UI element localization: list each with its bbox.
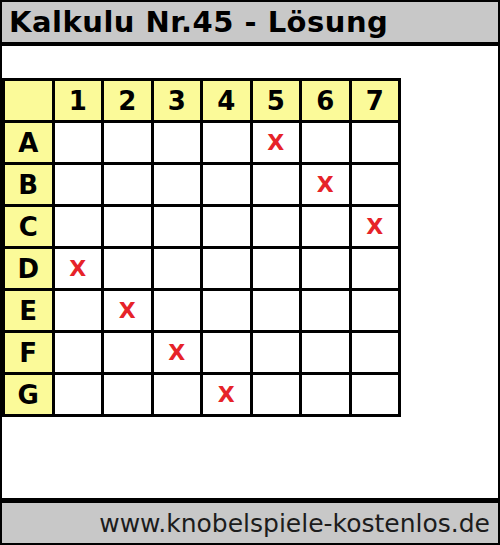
cell-D4[interactable] xyxy=(203,249,250,288)
row-header-G: G xyxy=(5,375,52,414)
content-area: 1234567AXBXCXDXEXFXGX xyxy=(2,46,498,498)
cell-F5[interactable] xyxy=(253,333,300,372)
col-header-4: 4 xyxy=(203,81,250,120)
page-title: Kalkulu Nr.45 - Lösung xyxy=(9,5,388,39)
cell-B6[interactable]: X xyxy=(302,165,349,204)
cell-E1[interactable] xyxy=(55,291,102,330)
cell-C3[interactable] xyxy=(154,207,201,246)
cell-G4[interactable]: X xyxy=(203,375,250,414)
cell-E2[interactable]: X xyxy=(104,291,151,330)
puzzle-grid: 1234567AXBXCXDXEXFXGX xyxy=(2,78,401,417)
cell-A6[interactable] xyxy=(302,123,349,162)
footer-url: www.knobelspiele-kostenlos.de xyxy=(99,509,490,538)
cell-G7[interactable] xyxy=(352,375,399,414)
cell-B4[interactable] xyxy=(203,165,250,204)
cell-G3[interactable] xyxy=(154,375,201,414)
page: Kalkulu Nr.45 - Lösung 1234567AXBXCXDXEX… xyxy=(0,0,500,545)
cell-C7[interactable]: X xyxy=(352,207,399,246)
cell-B7[interactable] xyxy=(352,165,399,204)
cell-C5[interactable] xyxy=(253,207,300,246)
cell-D2[interactable] xyxy=(104,249,151,288)
cell-E5[interactable] xyxy=(253,291,300,330)
col-header-5: 5 xyxy=(253,81,300,120)
cell-C2[interactable] xyxy=(104,207,151,246)
row-header-F: F xyxy=(5,333,52,372)
cell-A7[interactable] xyxy=(352,123,399,162)
cell-F2[interactable] xyxy=(104,333,151,372)
cell-D5[interactable] xyxy=(253,249,300,288)
corner-cell xyxy=(5,81,52,120)
col-header-7: 7 xyxy=(352,81,399,120)
cell-G6[interactable] xyxy=(302,375,349,414)
cell-E6[interactable] xyxy=(302,291,349,330)
cell-B2[interactable] xyxy=(104,165,151,204)
cell-B3[interactable] xyxy=(154,165,201,204)
cell-A4[interactable] xyxy=(203,123,250,162)
cell-C6[interactable] xyxy=(302,207,349,246)
cell-F3[interactable]: X xyxy=(154,333,201,372)
cell-F7[interactable] xyxy=(352,333,399,372)
cell-B5[interactable] xyxy=(253,165,300,204)
cell-C1[interactable] xyxy=(55,207,102,246)
row-header-C: C xyxy=(5,207,52,246)
cell-D6[interactable] xyxy=(302,249,349,288)
row-header-D: D xyxy=(5,249,52,288)
cell-F1[interactable] xyxy=(55,333,102,372)
cell-F6[interactable] xyxy=(302,333,349,372)
cell-A3[interactable] xyxy=(154,123,201,162)
cell-C4[interactable] xyxy=(203,207,250,246)
cell-E3[interactable] xyxy=(154,291,201,330)
cell-B1[interactable] xyxy=(55,165,102,204)
cell-E4[interactable] xyxy=(203,291,250,330)
cell-G2[interactable] xyxy=(104,375,151,414)
cell-G5[interactable] xyxy=(253,375,300,414)
col-header-6: 6 xyxy=(302,81,349,120)
footer-bar: www.knobelspiele-kostenlos.de xyxy=(2,498,498,543)
col-header-3: 3 xyxy=(154,81,201,120)
cell-A2[interactable] xyxy=(104,123,151,162)
cell-D1[interactable]: X xyxy=(55,249,102,288)
title-bar: Kalkulu Nr.45 - Lösung xyxy=(2,2,498,46)
row-header-E: E xyxy=(5,291,52,330)
cell-G1[interactable] xyxy=(55,375,102,414)
cell-A5[interactable]: X xyxy=(253,123,300,162)
row-header-A: A xyxy=(5,123,52,162)
cell-F4[interactable] xyxy=(203,333,250,372)
row-header-B: B xyxy=(5,165,52,204)
cell-D3[interactable] xyxy=(154,249,201,288)
cell-A1[interactable] xyxy=(55,123,102,162)
cell-E7[interactable] xyxy=(352,291,399,330)
col-header-2: 2 xyxy=(104,81,151,120)
col-header-1: 1 xyxy=(55,81,102,120)
cell-D7[interactable] xyxy=(352,249,399,288)
